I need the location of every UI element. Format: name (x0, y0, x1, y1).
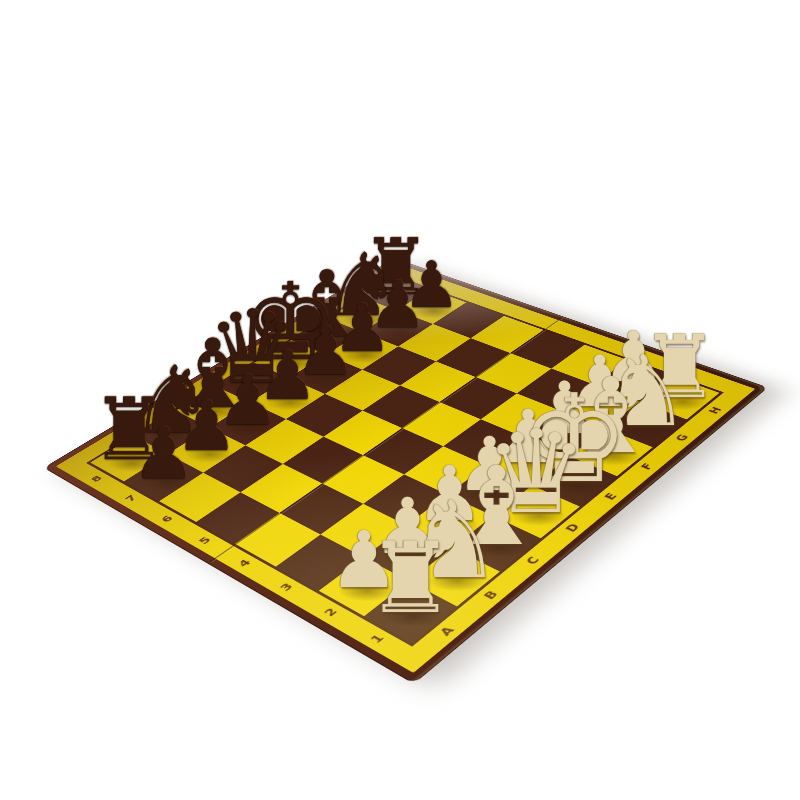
board-rim: 12345678 ABCDEFGH (43, 258, 768, 684)
board-grid (86, 275, 724, 646)
board-face: 12345678 ABCDEFGH (56, 263, 755, 673)
chess-board: 12345678 ABCDEFGH (43, 258, 768, 684)
scene: 12345678 ABCDEFGH ♜♞♝♛♚♝♞♜♟♟♟♟♟♟♟♟♟♟♟♟♟♟… (0, 0, 800, 800)
